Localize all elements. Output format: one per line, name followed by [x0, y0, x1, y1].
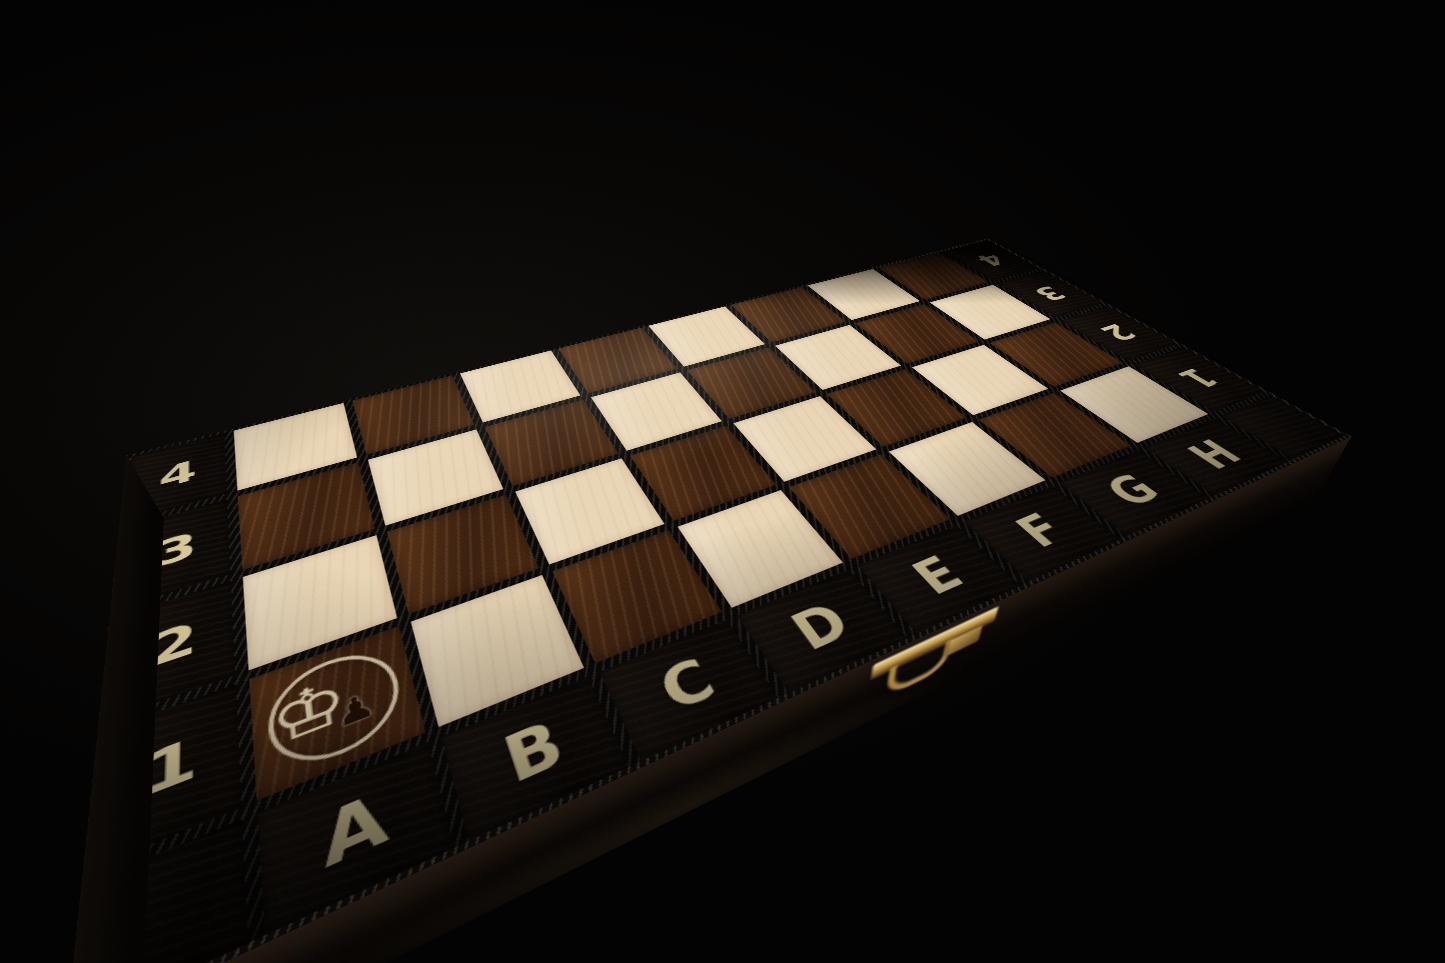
file-label-text: F [1008, 508, 1075, 554]
rank-label-text-rotated: 2 [1093, 320, 1142, 343]
rank-label-text-rotated: 4 [971, 251, 1011, 268]
file-label-text: H [1181, 436, 1251, 475]
rank-label-text: 4 [158, 456, 197, 494]
chess-box: 4433221♔♟1ABCDEFGH [66, 238, 1352, 963]
file-label-text: A [318, 784, 392, 879]
rank-label-text: 2 [148, 616, 197, 675]
rank-label-text-rotated: 1 [1171, 364, 1226, 391]
file-label-text: E [904, 550, 972, 602]
board-grid: 4433221♔♟1ABCDEFGH [66, 238, 1352, 963]
rank-label-text: 3 [153, 528, 197, 575]
scene: 4433221♔♟1ABCDEFGH [0, 0, 1445, 963]
rank-label-text-rotated: 3 [1028, 283, 1072, 303]
file-label-text: B [497, 713, 571, 794]
photo-background: 4433221♔♟1ABCDEFGH [0, 0, 1445, 963]
file-label-text: G [1098, 469, 1169, 512]
rank-label-text: 1 [141, 730, 198, 808]
file-label-text: D [783, 596, 860, 658]
file-label-text: C [652, 651, 724, 720]
